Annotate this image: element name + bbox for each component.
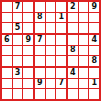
cell-r2c5[interactable] <box>46 13 56 23</box>
cell-r1c7[interactable]: 2 <box>68 2 78 12</box>
cell-r3c9[interactable] <box>89 23 99 33</box>
cell-r8c4[interactable]: 9 <box>35 79 45 89</box>
cell-r9c5[interactable] <box>46 89 56 99</box>
cell-r4c9[interactable]: 4 <box>89 35 99 45</box>
cell-r1c5[interactable] <box>46 2 56 12</box>
cell-r5c4[interactable] <box>35 46 45 56</box>
cell-r4c4[interactable]: 7 <box>35 35 45 45</box>
cell-r8c1[interactable] <box>2 79 12 89</box>
cell-r5c3[interactable] <box>23 46 33 56</box>
cell-r9c6[interactable] <box>56 89 66 99</box>
cell-r5c6[interactable] <box>56 46 66 56</box>
box-1-1: 75 <box>2 2 33 33</box>
cell-r9c1[interactable] <box>2 89 12 99</box>
cell-r3c3[interactable] <box>23 23 33 33</box>
cell-r7c7[interactable]: 4 <box>68 68 78 78</box>
cell-r8c7[interactable] <box>68 79 78 89</box>
cell-r1c4[interactable] <box>35 2 45 12</box>
cell-r4c8[interactable] <box>79 35 89 45</box>
cell-r2c2[interactable] <box>13 13 23 23</box>
cell-r8c8[interactable] <box>79 79 89 89</box>
cell-r1c1[interactable] <box>2 2 12 12</box>
cell-r6c9[interactable]: 8 <box>89 56 99 66</box>
cell-r5c8[interactable] <box>79 46 89 56</box>
cell-r2c6[interactable]: 1 <box>56 13 66 23</box>
cell-r5c2[interactable] <box>13 46 23 56</box>
cell-r6c2[interactable] <box>13 56 23 66</box>
box-1-3: 29 <box>68 2 99 33</box>
cell-r6c6[interactable] <box>56 56 66 66</box>
cell-r9c8[interactable] <box>79 89 89 99</box>
cell-r4c6[interactable] <box>56 35 66 45</box>
cell-r6c1[interactable] <box>2 56 12 66</box>
cell-r6c7[interactable] <box>68 56 78 66</box>
box-3-1: 3 <box>2 68 33 99</box>
cell-r3c7[interactable] <box>68 23 78 33</box>
cell-r7c3[interactable] <box>23 68 33 78</box>
cell-r6c8[interactable] <box>79 56 89 66</box>
cell-r2c8[interactable] <box>79 13 89 23</box>
cell-r9c3[interactable] <box>23 89 33 99</box>
cell-r7c8[interactable] <box>79 68 89 78</box>
cell-r7c5[interactable] <box>46 68 56 78</box>
cell-r8c5[interactable] <box>46 79 56 89</box>
cell-r8c6[interactable]: 7 <box>56 79 66 89</box>
cell-r4c1[interactable]: 6 <box>2 35 12 45</box>
cell-r4c2[interactable] <box>13 35 23 45</box>
cell-r9c4[interactable] <box>35 89 45 99</box>
cell-r2c7[interactable] <box>68 13 78 23</box>
cell-r8c2[interactable] <box>13 79 23 89</box>
cell-r6c4[interactable] <box>35 56 45 66</box>
cell-r6c5[interactable] <box>46 56 56 66</box>
cell-r3c2[interactable]: 5 <box>13 23 23 33</box>
cell-r1c8[interactable] <box>79 2 89 12</box>
cell-r3c6[interactable] <box>56 23 66 33</box>
box-1-2: 81 <box>35 2 66 33</box>
box-2-3: 488 <box>68 35 99 66</box>
cell-r4c3[interactable]: 9 <box>23 35 33 45</box>
box-2-2: 7 <box>35 35 66 66</box>
sudoku-board: 75812969748839741 <box>0 0 101 101</box>
cell-r1c2[interactable]: 7 <box>13 2 23 12</box>
cell-r5c5[interactable] <box>46 46 56 56</box>
cell-r3c5[interactable] <box>46 23 56 33</box>
cell-r7c4[interactable] <box>35 68 45 78</box>
cell-r1c9[interactable]: 9 <box>89 2 99 12</box>
cell-r4c5[interactable] <box>46 35 56 45</box>
cell-r2c9[interactable] <box>89 13 99 23</box>
cell-r7c2[interactable]: 3 <box>13 68 23 78</box>
cell-r5c9[interactable] <box>89 46 99 56</box>
cell-r3c4[interactable] <box>35 23 45 33</box>
cell-r2c3[interactable] <box>23 13 33 23</box>
box-2-1: 69 <box>2 35 33 66</box>
cell-r8c9[interactable]: 1 <box>89 79 99 89</box>
box-3-3: 41 <box>68 68 99 99</box>
cell-r4c7[interactable] <box>68 35 78 45</box>
box-3-2: 97 <box>35 68 66 99</box>
cell-r2c4[interactable]: 8 <box>35 13 45 23</box>
cell-r5c7[interactable]: 8 <box>68 46 78 56</box>
cell-r7c9[interactable] <box>89 68 99 78</box>
cell-r1c6[interactable] <box>56 2 66 12</box>
cell-r5c1[interactable] <box>2 46 12 56</box>
cell-r9c2[interactable] <box>13 89 23 99</box>
cell-r1c3[interactable] <box>23 2 33 12</box>
cell-r3c8[interactable] <box>79 23 89 33</box>
cell-r6c3[interactable] <box>23 56 33 66</box>
cell-r9c7[interactable] <box>68 89 78 99</box>
cell-r3c1[interactable] <box>2 23 12 33</box>
cell-r7c6[interactable] <box>56 68 66 78</box>
cell-r7c1[interactable] <box>2 68 12 78</box>
cell-r8c3[interactable] <box>23 79 33 89</box>
cell-r9c9[interactable] <box>89 89 99 99</box>
cell-r2c1[interactable] <box>2 13 12 23</box>
